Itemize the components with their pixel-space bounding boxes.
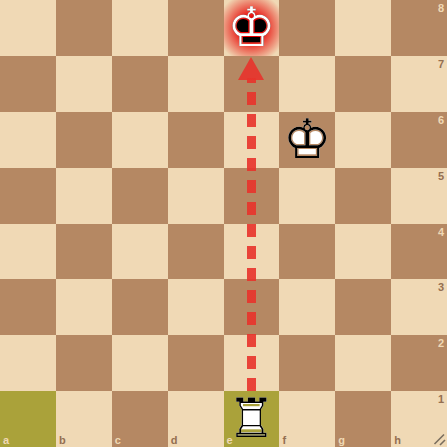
square-d8[interactable] [168, 0, 224, 56]
square-f4[interactable] [279, 224, 335, 280]
piece-fill-glyph: ♜ [224, 391, 280, 447]
white-rook[interactable]: ♜♖ [224, 391, 280, 447]
square-h7[interactable]: 7 [391, 56, 447, 112]
square-d4[interactable] [168, 224, 224, 280]
square-h4[interactable]: 4 [391, 224, 447, 280]
square-d7[interactable] [168, 56, 224, 112]
square-e5[interactable] [224, 168, 280, 224]
square-b7[interactable] [56, 56, 112, 112]
square-g2[interactable] [335, 335, 391, 391]
square-e3[interactable] [224, 279, 280, 335]
coord-rank-7: 7 [438, 58, 444, 70]
square-a3[interactable] [0, 279, 56, 335]
coord-rank-4: 4 [438, 226, 444, 238]
square-b4[interactable] [56, 224, 112, 280]
coord-rank-3: 3 [438, 281, 444, 293]
square-a1[interactable]: a [0, 391, 56, 447]
square-h2[interactable]: 2 [391, 335, 447, 391]
piece-fill-glyph: ♚ [224, 0, 280, 56]
square-c1[interactable]: c [112, 391, 168, 447]
coord-file-g: g [338, 434, 345, 446]
coord-rank-5: 5 [438, 170, 444, 182]
square-f8[interactable] [279, 0, 335, 56]
square-e2[interactable] [224, 335, 280, 391]
piece-outline-glyph: ♔ [224, 0, 280, 56]
square-d1[interactable]: d [168, 391, 224, 447]
white-king[interactable]: ♚♔ [279, 112, 335, 168]
square-f2[interactable] [279, 335, 335, 391]
square-e8[interactable]: ♚♔ [224, 0, 280, 56]
coord-rank-1: 1 [438, 393, 444, 405]
square-d3[interactable] [168, 279, 224, 335]
black-king[interactable]: ♚♔ [224, 0, 280, 56]
coord-file-b: b [59, 434, 66, 446]
square-f6[interactable]: ♚♔ [279, 112, 335, 168]
square-c3[interactable] [112, 279, 168, 335]
square-g1[interactable]: g [335, 391, 391, 447]
coord-file-h: h [394, 434, 401, 446]
piece-outline-glyph: ♖ [224, 391, 280, 447]
square-b1[interactable]: b [56, 391, 112, 447]
square-f5[interactable] [279, 168, 335, 224]
square-e1[interactable]: e♜♖ [224, 391, 280, 447]
square-c7[interactable] [112, 56, 168, 112]
coord-file-f: f [282, 434, 286, 446]
square-c6[interactable] [112, 112, 168, 168]
coord-file-c: c [115, 434, 121, 446]
square-a2[interactable] [0, 335, 56, 391]
coord-rank-2: 2 [438, 337, 444, 349]
last-move-highlight-a1 [0, 391, 56, 447]
square-f3[interactable] [279, 279, 335, 335]
square-c4[interactable] [112, 224, 168, 280]
square-a6[interactable] [0, 112, 56, 168]
square-c8[interactable] [112, 0, 168, 56]
square-c5[interactable] [112, 168, 168, 224]
square-f7[interactable] [279, 56, 335, 112]
square-g7[interactable] [335, 56, 391, 112]
coord-file-d: d [171, 434, 178, 446]
coord-rank-8: 8 [438, 2, 444, 14]
square-b3[interactable] [56, 279, 112, 335]
square-d6[interactable] [168, 112, 224, 168]
square-g5[interactable] [335, 168, 391, 224]
square-h6[interactable]: 6 [391, 112, 447, 168]
square-h3[interactable]: 3 [391, 279, 447, 335]
square-f1[interactable]: f [279, 391, 335, 447]
square-h5[interactable]: 5 [391, 168, 447, 224]
square-b6[interactable] [56, 112, 112, 168]
square-g6[interactable] [335, 112, 391, 168]
square-a5[interactable] [0, 168, 56, 224]
square-g8[interactable] [335, 0, 391, 56]
piece-fill-glyph: ♚ [279, 112, 335, 168]
coord-rank-6: 6 [438, 114, 444, 126]
square-b5[interactable] [56, 168, 112, 224]
resize-handle-icon[interactable] [432, 432, 446, 446]
piece-outline-glyph: ♔ [279, 112, 335, 168]
square-c2[interactable] [112, 335, 168, 391]
square-d5[interactable] [168, 168, 224, 224]
square-b2[interactable] [56, 335, 112, 391]
square-d2[interactable] [168, 335, 224, 391]
square-e6[interactable] [224, 112, 280, 168]
square-h8[interactable]: 8 [391, 0, 447, 56]
square-a7[interactable] [0, 56, 56, 112]
square-b8[interactable] [56, 0, 112, 56]
square-g3[interactable] [335, 279, 391, 335]
square-e4[interactable] [224, 224, 280, 280]
square-a8[interactable] [0, 0, 56, 56]
square-g4[interactable] [335, 224, 391, 280]
chess-board: ♚♔87♚♔65432abcde♜♖fg1h [0, 0, 447, 447]
square-a4[interactable] [0, 224, 56, 280]
square-e7[interactable] [224, 56, 280, 112]
